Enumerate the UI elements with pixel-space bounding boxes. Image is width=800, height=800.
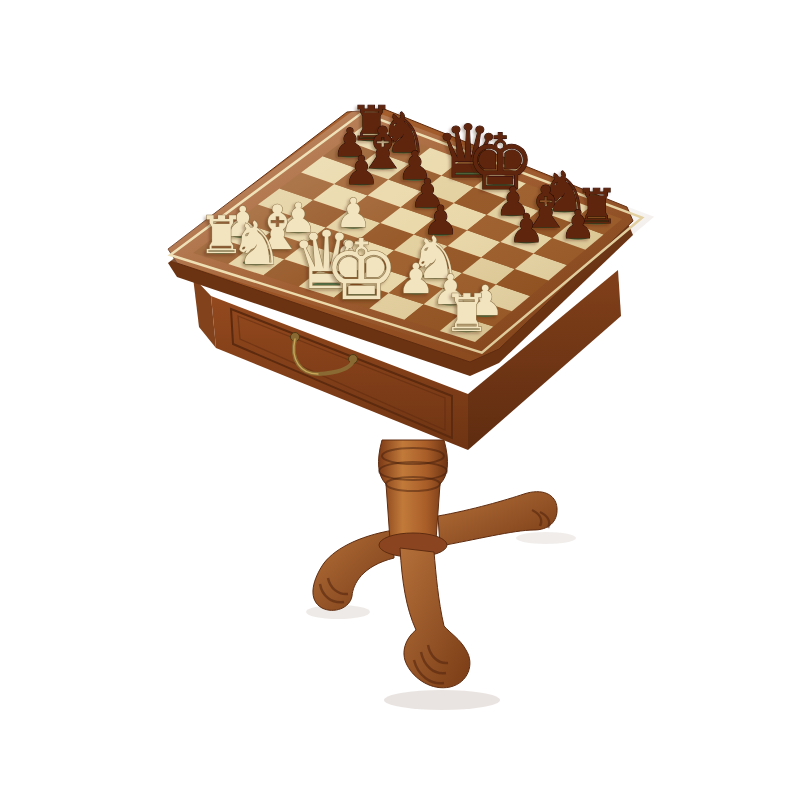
piece-white-rook-h1: ♜ [444,283,490,343]
piece-glyph: ♟ [561,202,596,247]
piece-glyph: ♚ [324,221,399,319]
piece-black-pawn-g6: ♟ [509,205,544,251]
piece-glyph: ♟ [397,255,434,303]
piece-white-knight-b1: ♞ [230,209,284,278]
piece-glyph: ♟ [344,147,379,193]
pedestal-and-legs [313,440,557,688]
piece-black-pawn-h7: ♟ [561,202,596,247]
shadow-front-foot [384,690,500,710]
leg-front [400,548,470,688]
piece-white-pawn-f2: ♟ [397,255,434,303]
shadow-right-foot [516,532,576,544]
piece-glyph: ♞ [230,209,284,278]
piece-glyph: ♜ [444,283,490,343]
piece-black-pawn-b6: ♟ [344,147,379,193]
piece-glyph: ♟ [509,205,544,251]
scene-svg: ♜♞♟♝♛♟♟♚♟♞♟♜♝♟♟♟♟♟♟♝♜♞♟♞♛♟♚♟♟♜ [0,0,800,800]
chess-table-photo: ♜♞♟♝♛♟♟♚♟♞♟♜♝♟♟♟♟♟♟♝♜♞♟♞♛♟♚♟♟♜ [0,0,800,800]
piece-white-king-e1: ♚ [324,221,399,319]
